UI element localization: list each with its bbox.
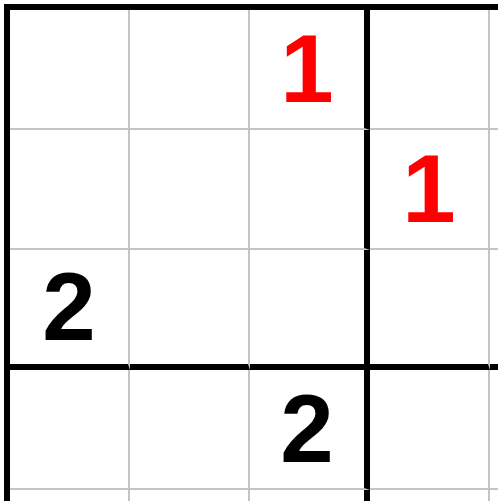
cell-r1c5[interactable] (490, 10, 498, 130)
sudoku-board-viewport: 1122 (0, 0, 498, 501)
cell-digit: 1 (402, 141, 455, 237)
cell-r3c2[interactable] (130, 250, 250, 370)
cell-r1c3[interactable]: 1 (250, 10, 370, 130)
cell-r4c2[interactable] (130, 370, 250, 490)
cell-digit: 1 (280, 21, 333, 117)
cell-r1c2[interactable] (130, 10, 250, 130)
cell-r3c4[interactable] (370, 250, 490, 370)
cell-r1c1[interactable] (10, 10, 130, 130)
cell-r5c3[interactable] (250, 490, 370, 501)
cell-r4c3[interactable]: 2 (250, 370, 370, 490)
cell-r4c1[interactable] (10, 370, 130, 490)
cell-r3c5[interactable] (490, 250, 498, 370)
cell-r4c4[interactable] (370, 370, 490, 490)
cell-digit: 2 (42, 259, 95, 355)
cell-r2c1[interactable] (10, 130, 130, 250)
cell-r2c4[interactable]: 1 (370, 130, 490, 250)
sudoku-board: 1122 (4, 4, 498, 501)
cell-r1c4[interactable] (370, 10, 490, 130)
cell-r5c2[interactable] (130, 490, 250, 501)
cell-r3c1[interactable]: 2 (10, 250, 130, 370)
cell-r2c2[interactable] (130, 130, 250, 250)
cell-r3c3[interactable] (250, 250, 370, 370)
cell-r4c5[interactable] (490, 370, 498, 490)
cell-digit: 2 (280, 381, 333, 477)
cell-r5c1[interactable] (10, 490, 130, 501)
cell-r2c3[interactable] (250, 130, 370, 250)
cell-r5c5[interactable] (490, 490, 498, 501)
cell-r2c5[interactable] (490, 130, 498, 250)
cell-r5c4[interactable] (370, 490, 490, 501)
